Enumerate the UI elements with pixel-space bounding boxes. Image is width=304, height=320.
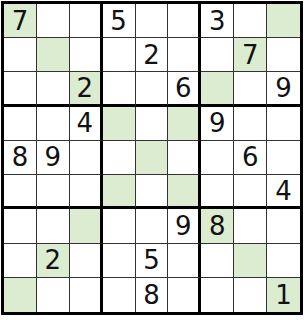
- cell-r6c1-empty[interactable]: [4, 175, 37, 209]
- cell-r7c9-empty[interactable]: [267, 209, 300, 243]
- cell-r3c4-empty[interactable]: [103, 72, 136, 106]
- cell-r5c1-given-8[interactable]: 8: [4, 141, 37, 175]
- cell-r2c4-empty[interactable]: [103, 38, 136, 72]
- cell-r9c1-empty[interactable]: [4, 278, 37, 312]
- cell-r9c4-empty[interactable]: [103, 278, 136, 312]
- cell-r1c7-given-3[interactable]: 3: [201, 4, 234, 38]
- cell-r4c1-empty[interactable]: [4, 107, 37, 141]
- cell-r9c3-empty[interactable]: [70, 278, 103, 312]
- cell-r3c7-empty[interactable]: [201, 72, 234, 106]
- cell-r7c6-given-9[interactable]: 9: [168, 209, 201, 243]
- cell-r6c5-empty[interactable]: [136, 175, 169, 209]
- cell-r1c1-given-7[interactable]: 7: [4, 4, 37, 38]
- cell-r6c7-empty[interactable]: [201, 175, 234, 209]
- cell-r8c7-empty[interactable]: [201, 244, 234, 278]
- cell-r1c6-empty[interactable]: [168, 4, 201, 38]
- cell-r1c2-empty[interactable]: [37, 4, 70, 38]
- cell-r8c3-empty[interactable]: [70, 244, 103, 278]
- cell-r9c9-given-1[interactable]: 1: [267, 278, 300, 312]
- cell-r6c4-empty[interactable]: [103, 175, 136, 209]
- cell-r5c3-empty[interactable]: [70, 141, 103, 175]
- cell-r9c2-empty[interactable]: [37, 278, 70, 312]
- cell-r5c6-empty[interactable]: [168, 141, 201, 175]
- cell-r4c3-given-4[interactable]: 4: [70, 107, 103, 141]
- cell-r7c3-empty[interactable]: [70, 209, 103, 243]
- cell-r2c2-empty[interactable]: [37, 38, 70, 72]
- cell-r2c5-given-2[interactable]: 2: [136, 38, 169, 72]
- cell-r8c4-empty[interactable]: [103, 244, 136, 278]
- cell-r2c8-given-7[interactable]: 7: [234, 38, 267, 72]
- cell-r3c9-given-9[interactable]: 9: [267, 72, 300, 106]
- cell-r4c7-given-9[interactable]: 9: [201, 107, 234, 141]
- cell-r1c8-empty[interactable]: [234, 4, 267, 38]
- cell-r9c5-given-8[interactable]: 8: [136, 278, 169, 312]
- cell-r8c1-empty[interactable]: [4, 244, 37, 278]
- cell-r1c9-empty[interactable]: [267, 4, 300, 38]
- cell-r3c8-empty[interactable]: [234, 72, 267, 106]
- cell-r5c4-empty[interactable]: [103, 141, 136, 175]
- cell-r5c5-empty[interactable]: [136, 141, 169, 175]
- cell-r8c5-given-5[interactable]: 5: [136, 244, 169, 278]
- cell-r8c2-given-2[interactable]: 2: [37, 244, 70, 278]
- cell-r9c7-empty[interactable]: [201, 278, 234, 312]
- cell-r1c5-empty[interactable]: [136, 4, 169, 38]
- cell-r2c1-empty[interactable]: [4, 38, 37, 72]
- cell-r5c8-given-6[interactable]: 6: [234, 141, 267, 175]
- cell-r2c9-empty[interactable]: [267, 38, 300, 72]
- cell-r4c4-empty[interactable]: [103, 107, 136, 141]
- cell-r4c6-empty[interactable]: [168, 107, 201, 141]
- cell-r2c6-empty[interactable]: [168, 38, 201, 72]
- cell-r7c1-empty[interactable]: [4, 209, 37, 243]
- cell-r5c7-empty[interactable]: [201, 141, 234, 175]
- cell-r7c2-empty[interactable]: [37, 209, 70, 243]
- cell-r3c6-given-6[interactable]: 6: [168, 72, 201, 106]
- cell-r6c3-empty[interactable]: [70, 175, 103, 209]
- cell-r3c5-empty[interactable]: [136, 72, 169, 106]
- cell-r6c6-empty[interactable]: [168, 175, 201, 209]
- sudoku-board: 75327269498964982581: [1, 1, 303, 315]
- cell-r3c1-empty[interactable]: [4, 72, 37, 106]
- cell-r4c8-empty[interactable]: [234, 107, 267, 141]
- cell-r3c2-empty[interactable]: [37, 72, 70, 106]
- cell-r5c9-empty[interactable]: [267, 141, 300, 175]
- cell-r8c6-empty[interactable]: [168, 244, 201, 278]
- cell-r6c9-given-4[interactable]: 4: [267, 175, 300, 209]
- cell-r7c8-empty[interactable]: [234, 209, 267, 243]
- cell-r9c6-empty[interactable]: [168, 278, 201, 312]
- cell-r2c7-empty[interactable]: [201, 38, 234, 72]
- cell-r3c3-given-2[interactable]: 2: [70, 72, 103, 106]
- cell-r6c8-empty[interactable]: [234, 175, 267, 209]
- cell-r1c3-empty[interactable]: [70, 4, 103, 38]
- cell-r9c8-empty[interactable]: [234, 278, 267, 312]
- cell-r4c2-empty[interactable]: [37, 107, 70, 141]
- cell-r4c9-empty[interactable]: [267, 107, 300, 141]
- cell-r6c2-empty[interactable]: [37, 175, 70, 209]
- cell-r7c7-given-8[interactable]: 8: [201, 209, 234, 243]
- cell-r1c4-given-5[interactable]: 5: [103, 4, 136, 38]
- cell-r4c5-empty[interactable]: [136, 107, 169, 141]
- cell-r8c8-empty[interactable]: [234, 244, 267, 278]
- cell-r2c3-empty[interactable]: [70, 38, 103, 72]
- cell-r7c4-empty[interactable]: [103, 209, 136, 243]
- cell-r8c9-empty[interactable]: [267, 244, 300, 278]
- cell-r7c5-empty[interactable]: [136, 209, 169, 243]
- cell-r5c2-given-9[interactable]: 9: [37, 141, 70, 175]
